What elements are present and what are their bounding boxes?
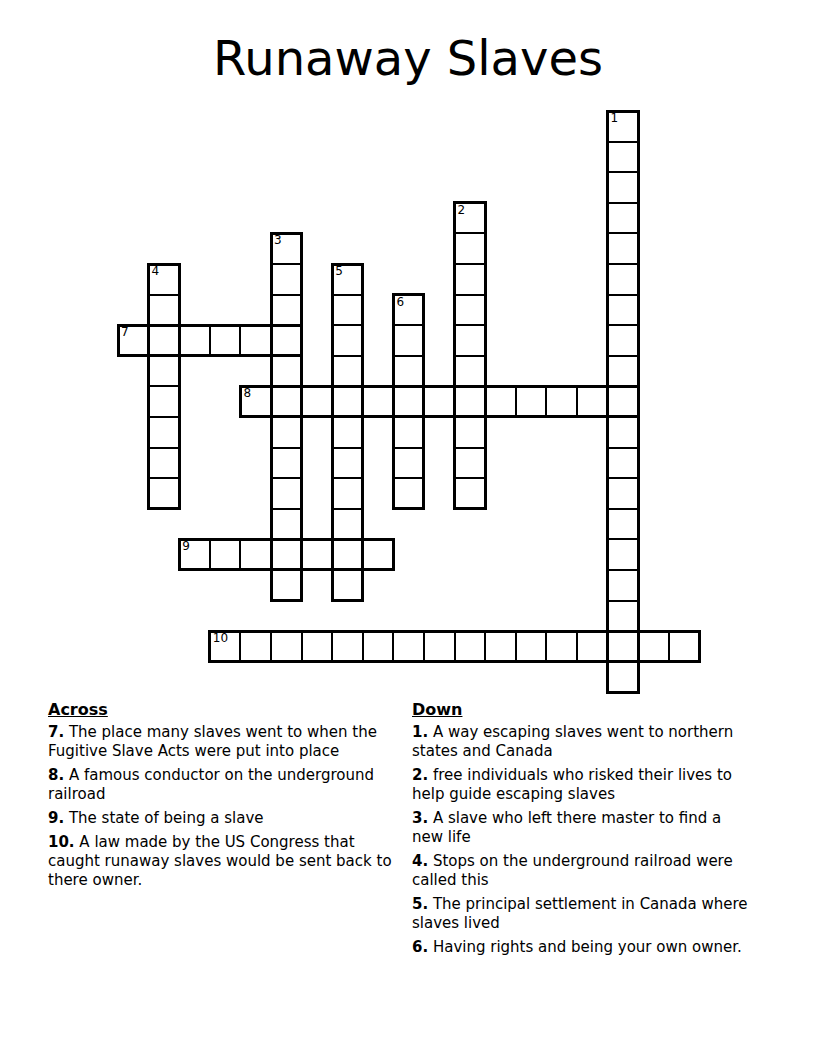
grid-cell-r14c7[interactable] bbox=[331, 538, 364, 571]
clue-item-8: 8. A famous conductor on the underground… bbox=[48, 766, 393, 804]
grid-cell-r12c5[interactable] bbox=[270, 477, 303, 510]
cell-number-6: 6 bbox=[396, 296, 404, 309]
cell-number-2: 2 bbox=[458, 204, 466, 217]
grid-cell-r9c1[interactable] bbox=[148, 385, 181, 418]
grid-cell-r17c17[interactable] bbox=[637, 630, 670, 663]
grid-cell-r8c5[interactable] bbox=[270, 355, 303, 388]
grid-cell-r9c13[interactable] bbox=[515, 385, 548, 418]
clue-text: A way escaping slaves went to northern s… bbox=[412, 723, 733, 760]
grid-cell-r15c16[interactable] bbox=[607, 569, 640, 602]
grid-cell-r17c12[interactable] bbox=[484, 630, 517, 663]
grid-cell-r14c16[interactable] bbox=[607, 538, 640, 571]
grid-cell-r14c6[interactable] bbox=[301, 538, 334, 571]
grid-cell-r3c11[interactable]: 2 bbox=[454, 202, 487, 235]
grid-cell-r4c5[interactable]: 3 bbox=[270, 232, 303, 265]
clue-text: Stops on the underground railroad were c… bbox=[412, 852, 733, 889]
clue-item-5: 5. The principal settlement in Canada wh… bbox=[412, 895, 752, 933]
grid-cell-r7c9[interactable] bbox=[392, 324, 425, 357]
clue-number: 5. bbox=[412, 895, 428, 913]
grid-cell-r11c1[interactable] bbox=[148, 447, 181, 480]
grid-cell-r12c16[interactable] bbox=[607, 477, 640, 510]
grid-cell-r5c5[interactable] bbox=[270, 263, 303, 296]
grid-cell-r17c11[interactable] bbox=[454, 630, 487, 663]
grid-cell-r14c8[interactable] bbox=[362, 538, 395, 571]
grid-cell-r8c11[interactable] bbox=[454, 355, 487, 388]
grid-cell-r17c18[interactable] bbox=[668, 630, 701, 663]
grid-cell-r17c3[interactable]: 10 bbox=[209, 630, 242, 663]
across-heading: Across bbox=[48, 700, 393, 719]
clue-item-6: 6. Having rights and being your own owne… bbox=[412, 938, 752, 957]
clue-item-3: 3. A slave who left there master to find… bbox=[412, 809, 752, 847]
grid-cell-r9c15[interactable] bbox=[576, 385, 609, 418]
grid-cell-r17c15[interactable] bbox=[576, 630, 609, 663]
grid-cell-r7c2[interactable] bbox=[178, 324, 211, 357]
grid-cell-r9c11[interactable] bbox=[454, 385, 487, 418]
grid-cell-r6c9[interactable]: 6 bbox=[392, 294, 425, 327]
grid-cell-r8c16[interactable] bbox=[607, 355, 640, 388]
grid-cell-r9c14[interactable] bbox=[545, 385, 578, 418]
grid-cell-r11c5[interactable] bbox=[270, 447, 303, 480]
grid-cell-r12c1[interactable] bbox=[148, 477, 181, 510]
grid-cell-r8c1[interactable] bbox=[148, 355, 181, 388]
clue-text: A law made by the US Congress that caugh… bbox=[48, 833, 392, 889]
grid-cell-r17c5[interactable] bbox=[270, 630, 303, 663]
grid-cell-r17c16[interactable] bbox=[607, 630, 640, 663]
grid-cell-r7c1[interactable] bbox=[148, 324, 181, 357]
down-heading: Down bbox=[412, 700, 752, 719]
grid-cell-r5c11[interactable] bbox=[454, 263, 487, 296]
grid-cell-r9c8[interactable] bbox=[362, 385, 395, 418]
grid-cell-r8c7[interactable] bbox=[331, 355, 364, 388]
cell-number-8: 8 bbox=[243, 387, 251, 400]
grid-cell-r11c7[interactable] bbox=[331, 447, 364, 480]
grid-cell-r12c11[interactable] bbox=[454, 477, 487, 510]
across-clue-list: 7. The place many slaves went to when th… bbox=[48, 723, 393, 890]
clue-item-2: 2. free individuals who risked their liv… bbox=[412, 766, 752, 804]
clue-item-1: 1. A way escaping slaves went to norther… bbox=[412, 723, 752, 761]
cell-number-3: 3 bbox=[274, 234, 282, 247]
grid-cell-r17c4[interactable] bbox=[239, 630, 272, 663]
grid-cell-r4c16[interactable] bbox=[607, 232, 640, 265]
grid-cell-r17c13[interactable] bbox=[515, 630, 548, 663]
clue-text: Having rights and being your own owner. bbox=[428, 938, 742, 956]
grid-cell-r10c11[interactable] bbox=[454, 416, 487, 449]
down-clue-list: 1. A way escaping slaves went to norther… bbox=[412, 723, 752, 957]
grid-cell-r5c16[interactable] bbox=[607, 263, 640, 296]
grid-cell-r13c5[interactable] bbox=[270, 508, 303, 541]
clue-number: 9. bbox=[48, 809, 64, 827]
grid-cell-r9c7[interactable] bbox=[331, 385, 364, 418]
grid-cell-r10c16[interactable] bbox=[607, 416, 640, 449]
grid-cell-r6c7[interactable] bbox=[331, 294, 364, 327]
cell-number-7: 7 bbox=[121, 326, 129, 339]
grid-cell-r10c1[interactable] bbox=[148, 416, 181, 449]
down-section: Down 1. A way escaping slaves went to no… bbox=[412, 700, 752, 962]
across-section: Across 7. The place many slaves went to … bbox=[48, 700, 393, 895]
grid-cell-r6c1[interactable] bbox=[148, 294, 181, 327]
grid-cell-r6c11[interactable] bbox=[454, 294, 487, 327]
grid-cell-r10c9[interactable] bbox=[392, 416, 425, 449]
grid-cell-r12c7[interactable] bbox=[331, 477, 364, 510]
grid-cell-r1c16[interactable] bbox=[607, 141, 640, 174]
clue-text: The place many slaves went to when the F… bbox=[48, 723, 377, 760]
grid-cell-r17c6[interactable] bbox=[301, 630, 334, 663]
grid-cell-r2c16[interactable] bbox=[607, 171, 640, 204]
grid-cell-r7c5[interactable] bbox=[270, 324, 303, 357]
grid-cell-r17c7[interactable] bbox=[331, 630, 364, 663]
grid-cell-r11c16[interactable] bbox=[607, 447, 640, 480]
grid-cell-r5c1[interactable]: 4 bbox=[148, 263, 181, 296]
grid-cell-r0c16[interactable]: 1 bbox=[607, 110, 640, 143]
grid-cell-r7c4[interactable] bbox=[239, 324, 272, 357]
grid-cell-r7c3[interactable] bbox=[209, 324, 242, 357]
grid-cell-r15c5[interactable] bbox=[270, 569, 303, 602]
grid-cell-r18c16[interactable] bbox=[607, 661, 640, 694]
grid-cell-r7c16[interactable] bbox=[607, 324, 640, 357]
crossword-worksheet: Runaway Slaves 12345678910 Across 7. The… bbox=[0, 0, 816, 1056]
grid-cell-r14c4[interactable] bbox=[239, 538, 272, 571]
grid-cell-r9c16[interactable] bbox=[607, 385, 640, 418]
grid-cell-r15c7[interactable] bbox=[331, 569, 364, 602]
grid-cell-r17c10[interactable] bbox=[423, 630, 456, 663]
clue-text: The state of being a slave bbox=[64, 809, 263, 827]
cell-number-9: 9 bbox=[182, 540, 190, 553]
grid-cell-r10c5[interactable] bbox=[270, 416, 303, 449]
grid-cell-r13c7[interactable] bbox=[331, 508, 364, 541]
clue-number: 2. bbox=[412, 766, 428, 784]
grid-cell-r14c3[interactable] bbox=[209, 538, 242, 571]
grid-cell-r9c4[interactable]: 8 bbox=[239, 385, 272, 418]
grid-cell-r11c9[interactable] bbox=[392, 447, 425, 480]
grid-cell-r9c12[interactable] bbox=[484, 385, 517, 418]
grid-cell-r10c7[interactable] bbox=[331, 416, 364, 449]
grid-cell-r8c9[interactable] bbox=[392, 355, 425, 388]
cell-number-10: 10 bbox=[213, 632, 228, 645]
clue-number: 6. bbox=[412, 938, 428, 956]
grid-cell-r7c7[interactable] bbox=[331, 324, 364, 357]
grid-cell-r16c16[interactable] bbox=[607, 600, 640, 633]
cell-number-1: 1 bbox=[611, 112, 619, 125]
grid-cell-r17c14[interactable] bbox=[545, 630, 578, 663]
clue-number: 3. bbox=[412, 809, 428, 827]
grid-cell-r4c11[interactable] bbox=[454, 232, 487, 265]
grid-cell-r7c0[interactable]: 7 bbox=[117, 324, 150, 357]
clue-number: 7. bbox=[48, 723, 64, 741]
grid-cell-r9c9[interactable] bbox=[392, 385, 425, 418]
grid-cell-r9c6[interactable] bbox=[301, 385, 334, 418]
clue-number: 1. bbox=[412, 723, 428, 741]
grid-cell-r9c10[interactable] bbox=[423, 385, 456, 418]
clue-item-10: 10. A law made by the US Congress that c… bbox=[48, 833, 393, 890]
grid-cell-r12c9[interactable] bbox=[392, 477, 425, 510]
grid-cell-r3c16[interactable] bbox=[607, 202, 640, 235]
clue-text: A famous conductor on the underground ra… bbox=[48, 766, 374, 803]
cell-number-5: 5 bbox=[335, 265, 343, 278]
clue-text: The principal settlement in Canada where… bbox=[412, 895, 748, 932]
clue-text: A slave who left there master to find a … bbox=[412, 809, 721, 846]
grid-cell-r14c2[interactable]: 9 bbox=[178, 538, 211, 571]
grid-cell-r7c11[interactable] bbox=[454, 324, 487, 357]
grid-cell-r13c16[interactable] bbox=[607, 508, 640, 541]
clue-item-9: 9. The state of being a slave bbox=[48, 809, 393, 828]
clue-item-4: 4. Stops on the underground railroad wer… bbox=[412, 852, 752, 890]
clue-number: 8. bbox=[48, 766, 64, 784]
grid-cell-r5c7[interactable]: 5 bbox=[331, 263, 364, 296]
grid-cell-r17c8[interactable] bbox=[362, 630, 395, 663]
grid-cell-r11c11[interactable] bbox=[454, 447, 487, 480]
cell-number-4: 4 bbox=[152, 265, 160, 278]
grid-cell-r6c5[interactable] bbox=[270, 294, 303, 327]
grid-cell-r9c5[interactable] bbox=[270, 385, 303, 418]
grid-cell-r14c5[interactable] bbox=[270, 538, 303, 571]
grid-cell-r6c16[interactable] bbox=[607, 294, 640, 327]
clue-number: 10. bbox=[48, 833, 75, 851]
clue-text: free individuals who risked their lives … bbox=[412, 766, 732, 803]
clue-number: 4. bbox=[412, 852, 428, 870]
clue-item-7: 7. The place many slaves went to when th… bbox=[48, 723, 393, 761]
grid-cell-r17c9[interactable] bbox=[392, 630, 425, 663]
